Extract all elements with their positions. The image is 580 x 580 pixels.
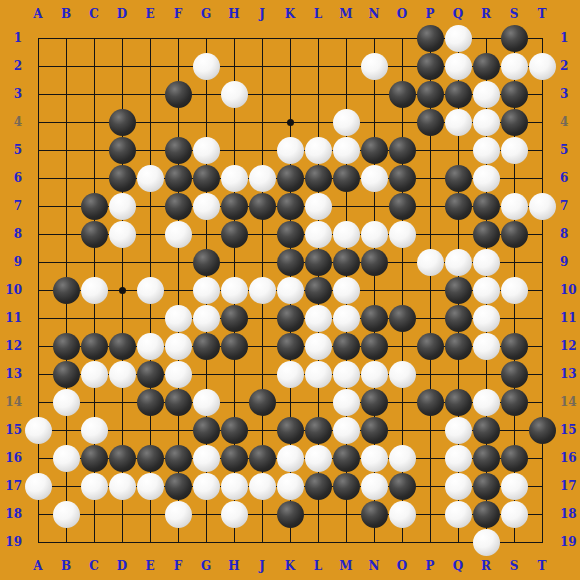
intersection-O18[interactable]: [388, 500, 416, 528]
intersection-C12[interactable]: [80, 332, 108, 360]
intersection-B9[interactable]: [52, 248, 80, 276]
intersection-K3[interactable]: [276, 80, 304, 108]
black-stone-L17[interactable]: [305, 473, 332, 500]
white-stone-G14[interactable]: [193, 389, 220, 416]
intersection-B15[interactable]: [52, 416, 80, 444]
intersection-M11[interactable]: [332, 304, 360, 332]
intersection-D4[interactable]: [108, 108, 136, 136]
intersection-D1[interactable]: [108, 24, 136, 52]
black-stone-E13[interactable]: [137, 361, 164, 388]
intersection-Q3[interactable]: [444, 80, 472, 108]
intersection-P10[interactable]: [416, 276, 444, 304]
black-stone-R18[interactable]: [473, 501, 500, 528]
intersection-B3[interactable]: [52, 80, 80, 108]
intersection-T6[interactable]: [528, 164, 556, 192]
intersection-R10[interactable]: [472, 276, 500, 304]
white-stone-F12[interactable]: [165, 333, 192, 360]
intersection-K15[interactable]: [276, 416, 304, 444]
intersection-A4[interactable]: [24, 108, 52, 136]
intersection-B7[interactable]: [52, 192, 80, 220]
intersection-B2[interactable]: [52, 52, 80, 80]
intersection-G4[interactable]: [192, 108, 220, 136]
intersection-N5[interactable]: [360, 136, 388, 164]
intersection-L19[interactable]: [304, 528, 332, 556]
intersection-P1[interactable]: [416, 24, 444, 52]
intersection-C19[interactable]: [80, 528, 108, 556]
intersection-M8[interactable]: [332, 220, 360, 248]
black-stone-D5[interactable]: [109, 137, 136, 164]
intersection-L2[interactable]: [304, 52, 332, 80]
black-stone-R15[interactable]: [473, 417, 500, 444]
black-stone-P4[interactable]: [417, 109, 444, 136]
black-stone-R17[interactable]: [473, 473, 500, 500]
intersection-R13[interactable]: [472, 360, 500, 388]
white-stone-G5[interactable]: [193, 137, 220, 164]
white-stone-F11[interactable]: [165, 305, 192, 332]
intersection-B14[interactable]: [52, 388, 80, 416]
intersection-A2[interactable]: [24, 52, 52, 80]
intersection-G12[interactable]: [192, 332, 220, 360]
intersection-G6[interactable]: [192, 164, 220, 192]
intersection-G11[interactable]: [192, 304, 220, 332]
intersection-N15[interactable]: [360, 416, 388, 444]
intersection-C10[interactable]: [80, 276, 108, 304]
intersection-D6[interactable]: [108, 164, 136, 192]
intersection-F13[interactable]: [164, 360, 192, 388]
intersection-F4[interactable]: [164, 108, 192, 136]
intersection-C16[interactable]: [80, 444, 108, 472]
intersection-R8[interactable]: [472, 220, 500, 248]
intersection-K19[interactable]: [276, 528, 304, 556]
intersection-K1[interactable]: [276, 24, 304, 52]
black-stone-C16[interactable]: [81, 445, 108, 472]
intersection-P11[interactable]: [416, 304, 444, 332]
white-stone-G16[interactable]: [193, 445, 220, 472]
intersection-L8[interactable]: [304, 220, 332, 248]
intersection-B4[interactable]: [52, 108, 80, 136]
intersection-B19[interactable]: [52, 528, 80, 556]
intersection-J9[interactable]: [248, 248, 276, 276]
black-stone-S14[interactable]: [501, 389, 528, 416]
intersection-S1[interactable]: [500, 24, 528, 52]
intersection-G8[interactable]: [192, 220, 220, 248]
white-stone-O16[interactable]: [389, 445, 416, 472]
intersection-E19[interactable]: [136, 528, 164, 556]
intersection-H9[interactable]: [220, 248, 248, 276]
black-stone-H11[interactable]: [221, 305, 248, 332]
intersection-T9[interactable]: [528, 248, 556, 276]
black-stone-K15[interactable]: [277, 417, 304, 444]
intersection-M15[interactable]: [332, 416, 360, 444]
intersection-G14[interactable]: [192, 388, 220, 416]
intersection-J13[interactable]: [248, 360, 276, 388]
intersection-M13[interactable]: [332, 360, 360, 388]
black-stone-J16[interactable]: [249, 445, 276, 472]
intersection-L12[interactable]: [304, 332, 332, 360]
black-stone-H7[interactable]: [221, 193, 248, 220]
intersection-J19[interactable]: [248, 528, 276, 556]
intersection-B13[interactable]: [52, 360, 80, 388]
intersection-P16[interactable]: [416, 444, 444, 472]
intersection-R11[interactable]: [472, 304, 500, 332]
intersection-D2[interactable]: [108, 52, 136, 80]
black-stone-N12[interactable]: [361, 333, 388, 360]
intersection-J16[interactable]: [248, 444, 276, 472]
intersection-N10[interactable]: [360, 276, 388, 304]
intersection-J1[interactable]: [248, 24, 276, 52]
white-stone-E12[interactable]: [137, 333, 164, 360]
intersection-F18[interactable]: [164, 500, 192, 528]
intersection-T11[interactable]: [528, 304, 556, 332]
intersection-K13[interactable]: [276, 360, 304, 388]
white-stone-F18[interactable]: [165, 501, 192, 528]
intersection-E13[interactable]: [136, 360, 164, 388]
black-stone-S3[interactable]: [501, 81, 528, 108]
intersection-T1[interactable]: [528, 24, 556, 52]
white-stone-M11[interactable]: [333, 305, 360, 332]
black-stone-E16[interactable]: [137, 445, 164, 472]
intersection-B17[interactable]: [52, 472, 80, 500]
intersection-O9[interactable]: [388, 248, 416, 276]
intersection-P8[interactable]: [416, 220, 444, 248]
intersection-F7[interactable]: [164, 192, 192, 220]
intersection-T2[interactable]: [528, 52, 556, 80]
intersection-T18[interactable]: [528, 500, 556, 528]
black-stone-B13[interactable]: [53, 361, 80, 388]
white-stone-H10[interactable]: [221, 277, 248, 304]
intersection-H1[interactable]: [220, 24, 248, 52]
white-stone-R3[interactable]: [473, 81, 500, 108]
white-stone-A15[interactable]: [25, 417, 52, 444]
intersection-H14[interactable]: [220, 388, 248, 416]
intersection-L16[interactable]: [304, 444, 332, 472]
white-stone-D17[interactable]: [109, 473, 136, 500]
white-stone-G7[interactable]: [193, 193, 220, 220]
intersection-L7[interactable]: [304, 192, 332, 220]
intersection-O3[interactable]: [388, 80, 416, 108]
intersection-M1[interactable]: [332, 24, 360, 52]
black-stone-B12[interactable]: [53, 333, 80, 360]
intersection-F3[interactable]: [164, 80, 192, 108]
black-stone-S16[interactable]: [501, 445, 528, 472]
intersection-C6[interactable]: [80, 164, 108, 192]
intersection-G7[interactable]: [192, 192, 220, 220]
white-stone-N17[interactable]: [361, 473, 388, 500]
intersection-G18[interactable]: [192, 500, 220, 528]
intersection-N7[interactable]: [360, 192, 388, 220]
white-stone-L5[interactable]: [305, 137, 332, 164]
white-stone-C17[interactable]: [81, 473, 108, 500]
intersection-S6[interactable]: [500, 164, 528, 192]
intersection-M5[interactable]: [332, 136, 360, 164]
intersection-D14[interactable]: [108, 388, 136, 416]
black-stone-O5[interactable]: [389, 137, 416, 164]
black-stone-Q7[interactable]: [445, 193, 472, 220]
white-stone-B18[interactable]: [53, 501, 80, 528]
intersection-E15[interactable]: [136, 416, 164, 444]
intersection-E4[interactable]: [136, 108, 164, 136]
intersection-P14[interactable]: [416, 388, 444, 416]
intersection-O1[interactable]: [388, 24, 416, 52]
intersection-G15[interactable]: [192, 416, 220, 444]
intersection-K11[interactable]: [276, 304, 304, 332]
intersection-P4[interactable]: [416, 108, 444, 136]
intersection-D7[interactable]: [108, 192, 136, 220]
intersection-C2[interactable]: [80, 52, 108, 80]
intersection-G3[interactable]: [192, 80, 220, 108]
intersection-K6[interactable]: [276, 164, 304, 192]
intersection-L6[interactable]: [304, 164, 332, 192]
intersection-S14[interactable]: [500, 388, 528, 416]
intersection-C11[interactable]: [80, 304, 108, 332]
white-stone-L7[interactable]: [305, 193, 332, 220]
intersection-J7[interactable]: [248, 192, 276, 220]
white-stone-Q18[interactable]: [445, 501, 472, 528]
black-stone-S8[interactable]: [501, 221, 528, 248]
white-stone-N16[interactable]: [361, 445, 388, 472]
intersection-O17[interactable]: [388, 472, 416, 500]
intersection-H10[interactable]: [220, 276, 248, 304]
intersection-J2[interactable]: [248, 52, 276, 80]
black-stone-F14[interactable]: [165, 389, 192, 416]
intersection-E14[interactable]: [136, 388, 164, 416]
white-stone-B16[interactable]: [53, 445, 80, 472]
intersection-J3[interactable]: [248, 80, 276, 108]
intersection-A16[interactable]: [24, 444, 52, 472]
intersection-T5[interactable]: [528, 136, 556, 164]
intersection-D19[interactable]: [108, 528, 136, 556]
black-stone-P1[interactable]: [417, 25, 444, 52]
black-stone-S13[interactable]: [501, 361, 528, 388]
white-stone-G11[interactable]: [193, 305, 220, 332]
intersection-S4[interactable]: [500, 108, 528, 136]
intersection-Q17[interactable]: [444, 472, 472, 500]
intersection-T16[interactable]: [528, 444, 556, 472]
intersection-P9[interactable]: [416, 248, 444, 276]
black-stone-C8[interactable]: [81, 221, 108, 248]
intersection-T14[interactable]: [528, 388, 556, 416]
intersection-Q9[interactable]: [444, 248, 472, 276]
white-stone-L11[interactable]: [305, 305, 332, 332]
black-stone-D12[interactable]: [109, 333, 136, 360]
black-stone-Q14[interactable]: [445, 389, 472, 416]
intersection-M18[interactable]: [332, 500, 360, 528]
white-stone-E6[interactable]: [137, 165, 164, 192]
intersection-J10[interactable]: [248, 276, 276, 304]
intersection-H2[interactable]: [220, 52, 248, 80]
intersection-A11[interactable]: [24, 304, 52, 332]
intersection-A13[interactable]: [24, 360, 52, 388]
intersection-F5[interactable]: [164, 136, 192, 164]
intersection-L3[interactable]: [304, 80, 332, 108]
intersection-H8[interactable]: [220, 220, 248, 248]
intersection-G2[interactable]: [192, 52, 220, 80]
white-stone-R19[interactable]: [473, 529, 500, 556]
black-stone-M6[interactable]: [333, 165, 360, 192]
intersection-E16[interactable]: [136, 444, 164, 472]
intersection-G10[interactable]: [192, 276, 220, 304]
intersection-S16[interactable]: [500, 444, 528, 472]
intersection-B6[interactable]: [52, 164, 80, 192]
intersection-Q15[interactable]: [444, 416, 472, 444]
black-stone-D6[interactable]: [109, 165, 136, 192]
intersection-L18[interactable]: [304, 500, 332, 528]
intersection-A7[interactable]: [24, 192, 52, 220]
intersection-Q5[interactable]: [444, 136, 472, 164]
black-stone-F5[interactable]: [165, 137, 192, 164]
intersection-R12[interactable]: [472, 332, 500, 360]
intersection-A17[interactable]: [24, 472, 52, 500]
intersection-O2[interactable]: [388, 52, 416, 80]
intersection-H11[interactable]: [220, 304, 248, 332]
intersection-G19[interactable]: [192, 528, 220, 556]
white-stone-Q4[interactable]: [445, 109, 472, 136]
black-stone-R7[interactable]: [473, 193, 500, 220]
black-stone-K9[interactable]: [277, 249, 304, 276]
intersection-H15[interactable]: [220, 416, 248, 444]
intersection-D5[interactable]: [108, 136, 136, 164]
intersection-M14[interactable]: [332, 388, 360, 416]
board-intersections[interactable]: [24, 24, 556, 556]
intersection-F12[interactable]: [164, 332, 192, 360]
intersection-T19[interactable]: [528, 528, 556, 556]
white-stone-K10[interactable]: [277, 277, 304, 304]
white-stone-R14[interactable]: [473, 389, 500, 416]
intersection-R14[interactable]: [472, 388, 500, 416]
intersection-O5[interactable]: [388, 136, 416, 164]
intersection-L1[interactable]: [304, 24, 332, 52]
intersection-N17[interactable]: [360, 472, 388, 500]
intersection-H13[interactable]: [220, 360, 248, 388]
intersection-F8[interactable]: [164, 220, 192, 248]
intersection-R17[interactable]: [472, 472, 500, 500]
white-stone-J6[interactable]: [249, 165, 276, 192]
intersection-E8[interactable]: [136, 220, 164, 248]
intersection-R5[interactable]: [472, 136, 500, 164]
intersection-T4[interactable]: [528, 108, 556, 136]
intersection-D16[interactable]: [108, 444, 136, 472]
white-stone-Q9[interactable]: [445, 249, 472, 276]
black-stone-Q3[interactable]: [445, 81, 472, 108]
intersection-C8[interactable]: [80, 220, 108, 248]
intersection-K18[interactable]: [276, 500, 304, 528]
intersection-E9[interactable]: [136, 248, 164, 276]
intersection-M10[interactable]: [332, 276, 360, 304]
intersection-K4[interactable]: [276, 108, 304, 136]
black-stone-H15[interactable]: [221, 417, 248, 444]
intersection-P13[interactable]: [416, 360, 444, 388]
intersection-C1[interactable]: [80, 24, 108, 52]
intersection-O19[interactable]: [388, 528, 416, 556]
intersection-R7[interactable]: [472, 192, 500, 220]
intersection-C9[interactable]: [80, 248, 108, 276]
intersection-J8[interactable]: [248, 220, 276, 248]
intersection-E18[interactable]: [136, 500, 164, 528]
white-stone-A17[interactable]: [25, 473, 52, 500]
white-stone-Q17[interactable]: [445, 473, 472, 500]
intersection-N6[interactable]: [360, 164, 388, 192]
black-stone-C7[interactable]: [81, 193, 108, 220]
white-stone-K5[interactable]: [277, 137, 304, 164]
black-stone-K6[interactable]: [277, 165, 304, 192]
intersection-M7[interactable]: [332, 192, 360, 220]
intersection-F19[interactable]: [164, 528, 192, 556]
white-stone-L16[interactable]: [305, 445, 332, 472]
black-stone-L9[interactable]: [305, 249, 332, 276]
black-stone-O7[interactable]: [389, 193, 416, 220]
intersection-Q16[interactable]: [444, 444, 472, 472]
intersection-B1[interactable]: [52, 24, 80, 52]
intersection-S13[interactable]: [500, 360, 528, 388]
intersection-N16[interactable]: [360, 444, 388, 472]
intersection-P2[interactable]: [416, 52, 444, 80]
white-stone-L12[interactable]: [305, 333, 332, 360]
black-stone-S12[interactable]: [501, 333, 528, 360]
black-stone-Q6[interactable]: [445, 165, 472, 192]
intersection-N19[interactable]: [360, 528, 388, 556]
intersection-K14[interactable]: [276, 388, 304, 416]
white-stone-C10[interactable]: [81, 277, 108, 304]
intersection-G17[interactable]: [192, 472, 220, 500]
black-stone-D16[interactable]: [109, 445, 136, 472]
intersection-L14[interactable]: [304, 388, 332, 416]
intersection-M17[interactable]: [332, 472, 360, 500]
intersection-D11[interactable]: [108, 304, 136, 332]
white-stone-Q1[interactable]: [445, 25, 472, 52]
black-stone-J14[interactable]: [249, 389, 276, 416]
intersection-D3[interactable]: [108, 80, 136, 108]
white-stone-O18[interactable]: [389, 501, 416, 528]
black-stone-F3[interactable]: [165, 81, 192, 108]
intersection-G1[interactable]: [192, 24, 220, 52]
intersection-E7[interactable]: [136, 192, 164, 220]
intersection-Q2[interactable]: [444, 52, 472, 80]
intersection-D9[interactable]: [108, 248, 136, 276]
black-stone-R2[interactable]: [473, 53, 500, 80]
white-stone-C13[interactable]: [81, 361, 108, 388]
intersection-J4[interactable]: [248, 108, 276, 136]
intersection-L15[interactable]: [304, 416, 332, 444]
white-stone-G17[interactable]: [193, 473, 220, 500]
black-stone-J7[interactable]: [249, 193, 276, 220]
intersection-C17[interactable]: [80, 472, 108, 500]
intersection-Q13[interactable]: [444, 360, 472, 388]
intersection-Q14[interactable]: [444, 388, 472, 416]
intersection-E6[interactable]: [136, 164, 164, 192]
white-stone-S7[interactable]: [501, 193, 528, 220]
white-stone-K17[interactable]: [277, 473, 304, 500]
intersection-T3[interactable]: [528, 80, 556, 108]
intersection-K17[interactable]: [276, 472, 304, 500]
intersection-E12[interactable]: [136, 332, 164, 360]
black-stone-G12[interactable]: [193, 333, 220, 360]
intersection-S3[interactable]: [500, 80, 528, 108]
black-stone-F7[interactable]: [165, 193, 192, 220]
white-stone-O8[interactable]: [389, 221, 416, 248]
intersection-T7[interactable]: [528, 192, 556, 220]
intersection-D13[interactable]: [108, 360, 136, 388]
intersection-A8[interactable]: [24, 220, 52, 248]
intersection-J18[interactable]: [248, 500, 276, 528]
white-stone-M8[interactable]: [333, 221, 360, 248]
intersection-H19[interactable]: [220, 528, 248, 556]
intersection-M16[interactable]: [332, 444, 360, 472]
intersection-S5[interactable]: [500, 136, 528, 164]
intersection-D18[interactable]: [108, 500, 136, 528]
black-stone-N9[interactable]: [361, 249, 388, 276]
black-stone-E14[interactable]: [137, 389, 164, 416]
intersection-E3[interactable]: [136, 80, 164, 108]
